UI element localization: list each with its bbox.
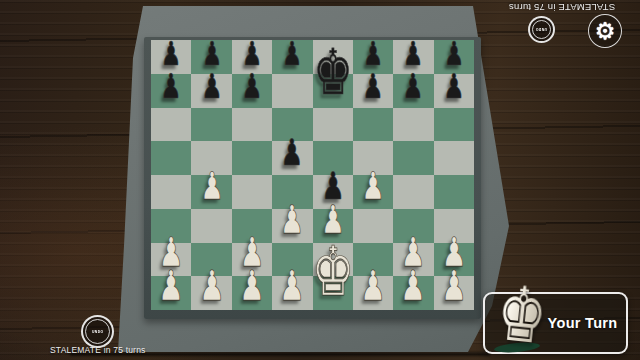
piece-black-pawn-g8[interactable]: ♟ (403, 37, 424, 70)
piece-black-pawn-b7[interactable]: ♟ (201, 69, 222, 103)
square-f3[interactable] (353, 209, 393, 243)
round-button-label: UNDO (536, 28, 548, 32)
piece-white-pawn-h1[interactable]: ♟ (441, 265, 467, 306)
square-g5[interactable] (393, 141, 433, 175)
square-b3[interactable] (191, 209, 231, 243)
turn-label: Your Turn (543, 294, 622, 352)
player-round-button[interactable]: UNDO (81, 315, 114, 348)
piece-white-pawn-b1[interactable]: ♟ (199, 265, 225, 306)
piece-white-pawn-g1[interactable]: ♟ (400, 265, 426, 306)
piece-black-pawn-a7[interactable]: ♟ (161, 69, 182, 103)
piece-black-pawn-g7[interactable]: ♟ (403, 69, 424, 103)
square-h5[interactable] (434, 141, 474, 175)
square-c5[interactable] (232, 141, 272, 175)
settings-button[interactable]: ⚙ (588, 14, 622, 48)
piece-white-pawn-c1[interactable]: ♟ (239, 265, 265, 306)
piece-black-pawn-b8[interactable]: ♟ (201, 37, 222, 70)
piece-white-pawn-a1[interactable]: ♟ (158, 265, 184, 306)
piece-black-pawn-f8[interactable]: ♟ (363, 37, 384, 70)
piece-black-pawn-h7[interactable]: ♟ (443, 69, 464, 103)
piece-white-king-e1[interactable]: ♚ (311, 238, 354, 306)
piece-black-pawn-h8[interactable]: ♟ (444, 37, 465, 70)
white-king-icon: ♚ (494, 275, 551, 356)
gear-icon: ⚙ (595, 20, 616, 43)
opponent-round-button[interactable]: UNDO (528, 16, 555, 43)
piece-white-pawn-f4[interactable]: ♟ (361, 167, 385, 205)
round-button-label: UNDO (92, 330, 104, 334)
square-b6[interactable] (191, 108, 231, 142)
square-a6[interactable] (151, 108, 191, 142)
round-button-ring: UNDO (85, 319, 110, 344)
square-g4[interactable] (393, 175, 433, 209)
square-a4[interactable] (151, 175, 191, 209)
piece-white-pawn-b4[interactable]: ♟ (200, 167, 224, 205)
piece-black-king-e7[interactable]: ♚ (313, 40, 353, 103)
square-g6[interactable] (393, 108, 433, 142)
piece-black-pawn-c8[interactable]: ♟ (242, 37, 263, 70)
piece-black-pawn-c7[interactable]: ♟ (241, 69, 262, 103)
game-screen: { "game": "chess", "position": { "fen": … (0, 0, 640, 360)
opponent-status-text: STALEMATE in 75 turns (495, 2, 629, 13)
piece-white-pawn-f1[interactable]: ♟ (360, 265, 386, 306)
square-c6[interactable] (232, 108, 272, 142)
piece-white-pawn-d1[interactable]: ♟ (279, 265, 305, 306)
square-h6[interactable] (434, 108, 474, 142)
piece-black-pawn-a8[interactable]: ♟ (161, 37, 182, 70)
square-h4[interactable] (434, 175, 474, 209)
square-a5[interactable] (151, 141, 191, 175)
piece-white-pawn-d3[interactable]: ♟ (280, 199, 304, 238)
piece-black-pawn-d8[interactable]: ♟ (282, 37, 303, 70)
square-c4[interactable] (232, 175, 272, 209)
round-button-ring: UNDO (532, 20, 551, 39)
square-f6[interactable] (353, 108, 393, 142)
piece-black-pawn-f7[interactable]: ♟ (362, 69, 383, 103)
player-status-text: STALEMATE in 75 turns (50, 345, 146, 355)
piece-black-pawn-d5[interactable]: ♟ (281, 134, 304, 171)
square-e6[interactable] (313, 108, 353, 142)
square-d7[interactable] (272, 74, 312, 108)
